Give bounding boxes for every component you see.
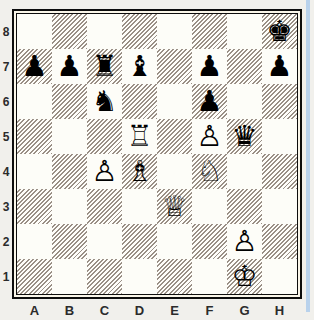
square-b8[interactable] [52,14,87,49]
square-g2[interactable]: ♙ [227,224,262,259]
square-e3[interactable]: ♕ [157,189,192,224]
square-a8[interactable] [17,14,52,49]
piece-black-pawn: ♟ [197,84,223,119]
square-f4[interactable]: ♘ [192,154,227,189]
square-h5[interactable] [262,119,297,154]
square-f2[interactable] [192,224,227,259]
file-label-f: F [192,301,227,319]
piece-white-knight: ♘ [197,154,223,189]
square-a3[interactable] [17,189,52,224]
square-c4[interactable]: ♙ [87,154,122,189]
rank-label-7: 7 [0,49,12,84]
square-f6[interactable]: ♟ [192,84,227,119]
piece-black-rook: ♜ [92,49,118,84]
square-d4[interactable]: ♗ [122,154,157,189]
piece-white-queen: ♕ [162,189,188,224]
piece-black-pawn: ♟ [57,49,83,84]
square-e2[interactable] [157,224,192,259]
square-g8[interactable] [227,14,262,49]
rank-label-2: 2 [0,224,12,259]
square-b4[interactable] [52,154,87,189]
file-label-c: C [87,301,122,319]
square-h6[interactable] [262,84,297,119]
square-h4[interactable] [262,154,297,189]
square-d3[interactable] [122,189,157,224]
square-f3[interactable] [192,189,227,224]
square-g1[interactable]: ♔ [227,259,262,294]
piece-black-queen: ♛ [232,119,258,154]
image-edge-line [306,0,310,312]
rank-labels: 8 7 6 5 4 3 2 1 [0,14,12,294]
rank-label-5: 5 [0,119,12,154]
file-label-e: E [157,301,192,319]
square-h2[interactable] [262,224,297,259]
rank-label-4: 4 [0,154,12,189]
square-g3[interactable] [227,189,262,224]
square-c1[interactable] [87,259,122,294]
file-label-a: A [17,301,52,319]
piece-black-bishop: ♝ [127,49,153,84]
file-labels: A B C D E F G H [17,301,297,319]
square-d2[interactable] [122,224,157,259]
piece-black-king: ♚ [267,14,293,49]
piece-white-king: ♔ [232,259,258,294]
piece-white-pawn: ♙ [197,119,223,154]
square-d7[interactable]: ♝ [122,49,157,84]
rank-label-6: 6 [0,84,12,119]
square-d5[interactable]: ♖ [122,119,157,154]
square-f7[interactable]: ♟ [192,49,227,84]
square-g6[interactable] [227,84,262,119]
file-label-g: G [227,301,262,319]
square-d1[interactable] [122,259,157,294]
square-h3[interactable] [262,189,297,224]
square-h1[interactable] [262,259,297,294]
piece-black-pawn: ♟ [22,49,48,84]
file-label-h: H [262,301,297,319]
file-label-d: D [122,301,157,319]
square-b2[interactable] [52,224,87,259]
square-c7[interactable]: ♜ [87,49,122,84]
square-h8[interactable]: ♚ [262,14,297,49]
square-c3[interactable] [87,189,122,224]
piece-white-pawn: ♙ [232,224,258,259]
piece-black-knight: ♞ [92,84,118,119]
square-a5[interactable] [17,119,52,154]
square-e7[interactable] [157,49,192,84]
square-b1[interactable] [52,259,87,294]
chess-diagram: 8 7 6 5 4 3 2 1 ♚♟♟♜♝♟♟♞♟♖♙♛♙♗♘♕♙♔ A B C… [0,0,314,320]
square-d8[interactable] [122,14,157,49]
piece-white-rook: ♖ [127,119,153,154]
square-e1[interactable] [157,259,192,294]
square-a6[interactable] [17,84,52,119]
square-e8[interactable] [157,14,192,49]
piece-black-pawn: ♟ [267,49,293,84]
square-e5[interactable] [157,119,192,154]
chess-board-frame: ♚♟♟♜♝♟♟♞♟♖♙♛♙♗♘♕♙♔ [12,9,302,299]
square-c2[interactable] [87,224,122,259]
piece-black-pawn: ♟ [197,49,223,84]
square-c5[interactable] [87,119,122,154]
piece-white-pawn: ♙ [92,154,118,189]
chess-board: ♚♟♟♜♝♟♟♞♟♖♙♛♙♗♘♕♙♔ [16,13,298,295]
square-a2[interactable] [17,224,52,259]
square-b3[interactable] [52,189,87,224]
square-g5[interactable]: ♛ [227,119,262,154]
rank-label-3: 3 [0,189,12,224]
square-c6[interactable]: ♞ [87,84,122,119]
square-f5[interactable]: ♙ [192,119,227,154]
rank-label-8: 8 [0,14,12,49]
square-b5[interactable] [52,119,87,154]
square-e4[interactable] [157,154,192,189]
square-a1[interactable] [17,259,52,294]
file-label-b: B [52,301,87,319]
square-h7[interactable]: ♟ [262,49,297,84]
square-e6[interactable] [157,84,192,119]
rank-label-1: 1 [0,259,12,294]
square-b7[interactable]: ♟ [52,49,87,84]
square-g4[interactable] [227,154,262,189]
square-c8[interactable] [87,14,122,49]
square-a7[interactable]: ♟ [17,49,52,84]
square-d6[interactable] [122,84,157,119]
square-f1[interactable] [192,259,227,294]
square-g7[interactable] [227,49,262,84]
square-a4[interactable] [17,154,52,189]
square-f8[interactable] [192,14,227,49]
square-b6[interactable] [52,84,87,119]
piece-white-bishop: ♗ [127,154,153,189]
